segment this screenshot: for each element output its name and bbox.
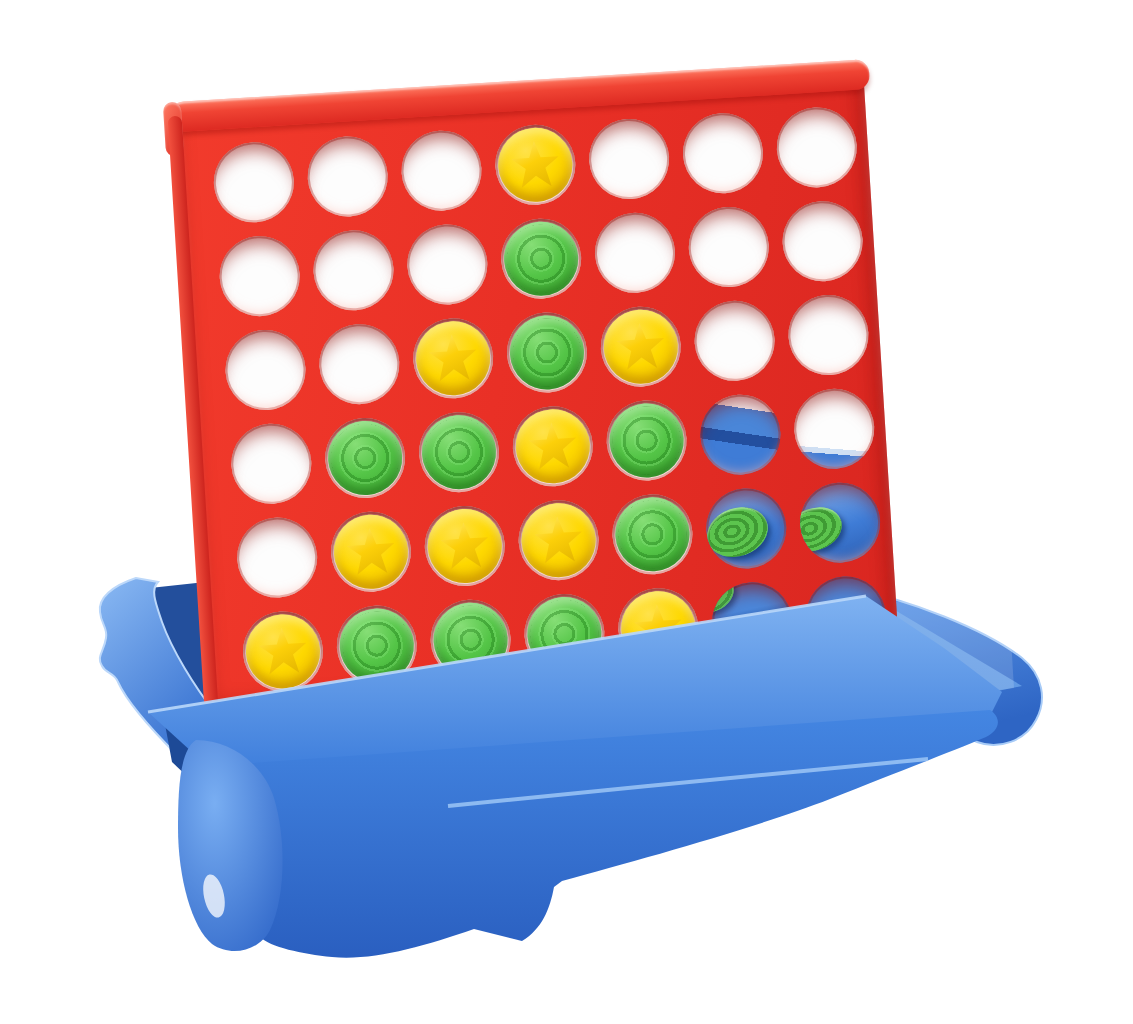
star-emboss — [554, 691, 630, 756]
connect-four-scene — [0, 0, 1133, 1024]
star-emboss — [741, 643, 817, 708]
tray-disc-layer — [0, 0, 1133, 1024]
star-emboss — [640, 690, 712, 750]
star-emboss — [344, 695, 423, 764]
